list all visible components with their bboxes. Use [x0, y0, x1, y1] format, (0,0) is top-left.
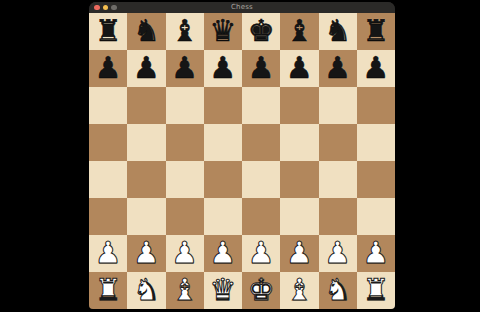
piece-black-rook: ♜: [95, 16, 122, 46]
chess-board: ♜♞♝♛♚♝♞♜♟♟♟♟♟♟♟♟♟♟♟♟♟♟♟♟♜♞♝♛♚♝♞♜: [89, 13, 395, 309]
square-b3[interactable]: [127, 198, 165, 235]
square-g6[interactable]: [319, 87, 357, 124]
piece-black-pawn: ♟: [248, 53, 275, 83]
square-c6[interactable]: [166, 87, 204, 124]
square-h2[interactable]: ♟: [357, 235, 395, 272]
square-e5[interactable]: [242, 124, 280, 161]
square-a6[interactable]: [89, 87, 127, 124]
square-f2[interactable]: ♟: [280, 235, 318, 272]
square-b6[interactable]: [127, 87, 165, 124]
square-a1[interactable]: ♜: [89, 272, 127, 309]
square-d6[interactable]: [204, 87, 242, 124]
square-e2[interactable]: ♟: [242, 235, 280, 272]
piece-white-bishop: ♝: [286, 275, 313, 305]
square-e4[interactable]: [242, 161, 280, 198]
piece-white-pawn: ♟: [209, 238, 236, 268]
square-g5[interactable]: [319, 124, 357, 161]
square-d3[interactable]: [204, 198, 242, 235]
piece-black-pawn: ♟: [209, 53, 236, 83]
piece-black-bishop: ♝: [171, 16, 198, 46]
square-d1[interactable]: ♛: [204, 272, 242, 309]
square-h1[interactable]: ♜: [357, 272, 395, 309]
close-button[interactable]: [94, 5, 100, 11]
square-a3[interactable]: [89, 198, 127, 235]
piece-white-pawn: ♟: [362, 238, 389, 268]
square-a5[interactable]: [89, 124, 127, 161]
square-b5[interactable]: [127, 124, 165, 161]
square-f3[interactable]: [280, 198, 318, 235]
piece-black-pawn: ♟: [171, 53, 198, 83]
square-d7[interactable]: ♟: [204, 50, 242, 87]
piece-white-pawn: ♟: [133, 238, 160, 268]
square-f1[interactable]: ♝: [280, 272, 318, 309]
piece-white-rook: ♜: [95, 275, 122, 305]
piece-black-king: ♚: [248, 16, 275, 46]
square-b2[interactable]: ♟: [127, 235, 165, 272]
chess-app-window: Chess ♜♞♝♛♚♝♞♜♟♟♟♟♟♟♟♟♟♟♟♟♟♟♟♟♜♞♝♛♚♝♞♜: [89, 2, 395, 309]
square-e7[interactable]: ♟: [242, 50, 280, 87]
square-d2[interactable]: ♟: [204, 235, 242, 272]
square-e8[interactable]: ♚: [242, 13, 280, 50]
square-a7[interactable]: ♟: [89, 50, 127, 87]
piece-white-bishop: ♝: [171, 275, 198, 305]
square-b8[interactable]: ♞: [127, 13, 165, 50]
square-g3[interactable]: [319, 198, 357, 235]
piece-white-knight: ♞: [324, 275, 351, 305]
piece-white-pawn: ♟: [248, 238, 275, 268]
square-h5[interactable]: [357, 124, 395, 161]
square-h4[interactable]: [357, 161, 395, 198]
square-c7[interactable]: ♟: [166, 50, 204, 87]
piece-black-bishop: ♝: [286, 16, 313, 46]
piece-black-knight: ♞: [324, 16, 351, 46]
square-c5[interactable]: [166, 124, 204, 161]
square-h3[interactable]: [357, 198, 395, 235]
square-f7[interactable]: ♟: [280, 50, 318, 87]
piece-black-queen: ♛: [209, 16, 236, 46]
square-h7[interactable]: ♟: [357, 50, 395, 87]
piece-black-knight: ♞: [133, 16, 160, 46]
square-g1[interactable]: ♞: [319, 272, 357, 309]
square-g2[interactable]: ♟: [319, 235, 357, 272]
square-h6[interactable]: [357, 87, 395, 124]
square-g8[interactable]: ♞: [319, 13, 357, 50]
piece-black-pawn: ♟: [95, 53, 122, 83]
square-c8[interactable]: ♝: [166, 13, 204, 50]
square-g4[interactable]: [319, 161, 357, 198]
piece-white-pawn: ♟: [324, 238, 351, 268]
piece-white-king: ♚: [248, 275, 275, 305]
piece-white-pawn: ♟: [95, 238, 122, 268]
piece-white-knight: ♞: [133, 275, 160, 305]
square-h8[interactable]: ♜: [357, 13, 395, 50]
piece-black-pawn: ♟: [362, 53, 389, 83]
square-e3[interactable]: [242, 198, 280, 235]
square-d8[interactable]: ♛: [204, 13, 242, 50]
piece-white-pawn: ♟: [171, 238, 198, 268]
square-e6[interactable]: [242, 87, 280, 124]
square-b1[interactable]: ♞: [127, 272, 165, 309]
window-titlebar[interactable]: Chess: [89, 2, 395, 13]
square-g7[interactable]: ♟: [319, 50, 357, 87]
square-f8[interactable]: ♝: [280, 13, 318, 50]
square-b4[interactable]: [127, 161, 165, 198]
square-f4[interactable]: [280, 161, 318, 198]
square-d5[interactable]: [204, 124, 242, 161]
piece-black-pawn: ♟: [133, 53, 160, 83]
piece-white-pawn: ♟: [286, 238, 313, 268]
piece-black-pawn: ♟: [324, 53, 351, 83]
square-a2[interactable]: ♟: [89, 235, 127, 272]
square-c4[interactable]: [166, 161, 204, 198]
piece-white-rook: ♜: [362, 275, 389, 305]
window-title: Chess: [89, 2, 395, 13]
square-c1[interactable]: ♝: [166, 272, 204, 309]
square-f5[interactable]: [280, 124, 318, 161]
zoom-button[interactable]: [111, 5, 117, 11]
square-b7[interactable]: ♟: [127, 50, 165, 87]
piece-black-pawn: ♟: [286, 53, 313, 83]
letterbox-background: Chess ♜♞♝♛♚♝♞♜♟♟♟♟♟♟♟♟♟♟♟♟♟♟♟♟♜♞♝♛♚♝♞♜: [0, 0, 480, 312]
square-f6[interactable]: [280, 87, 318, 124]
square-e1[interactable]: ♚: [242, 272, 280, 309]
square-a4[interactable]: [89, 161, 127, 198]
square-c3[interactable]: [166, 198, 204, 235]
square-c2[interactable]: ♟: [166, 235, 204, 272]
square-a8[interactable]: ♜: [89, 13, 127, 50]
piece-white-queen: ♛: [209, 275, 236, 305]
minimize-button[interactable]: [103, 5, 109, 11]
square-d4[interactable]: [204, 161, 242, 198]
traffic-light-group: [94, 2, 117, 13]
piece-black-rook: ♜: [362, 16, 389, 46]
